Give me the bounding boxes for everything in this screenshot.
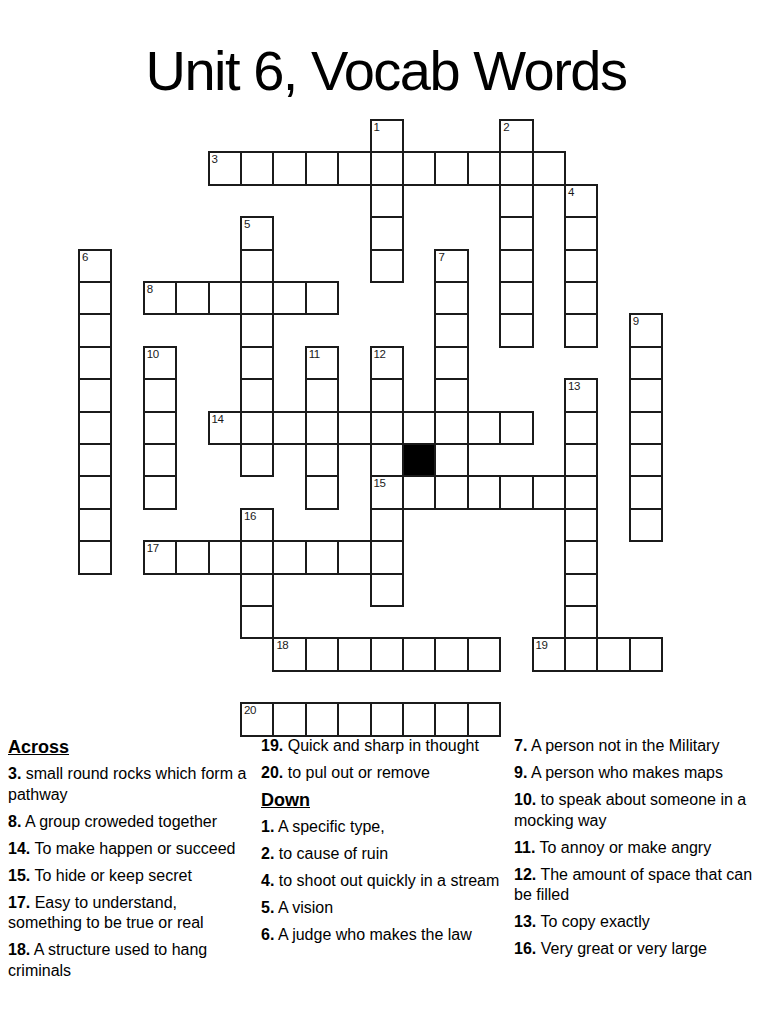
down-heading: Down	[261, 790, 511, 811]
grid-cell[interactable]	[208, 281, 242, 315]
grid-cell[interactable]	[337, 702, 371, 736]
cell-number: 17	[147, 542, 159, 555]
grid-cell[interactable]: 18	[272, 637, 306, 671]
grid-cell[interactable]	[532, 151, 566, 185]
puzzle-title: Unit 6, Vocab Words	[0, 42, 772, 101]
grid-cell[interactable]	[467, 475, 501, 509]
grid-cell[interactable]	[272, 151, 306, 185]
grid-cell[interactable]	[402, 637, 436, 671]
clue-across-20: 20. to pul out or remove	[261, 763, 511, 784]
crossword-worksheet-page: Unit 6, Vocab Words 12345678910111213141…	[0, 0, 772, 1024]
grid-cell[interactable]	[467, 702, 501, 736]
grid-cell[interactable]	[240, 540, 274, 574]
grid-cell[interactable]	[564, 443, 598, 477]
cell-number: 6	[82, 251, 88, 264]
grid-cell[interactable]	[629, 443, 663, 477]
grid-cell[interactable]	[78, 313, 112, 347]
clue-down-5: 5. A vision	[261, 898, 511, 919]
cell-number: 15	[374, 477, 386, 490]
grid-cell[interactable]	[564, 411, 598, 445]
grid-cell[interactable]	[272, 281, 306, 315]
grid-cell[interactable]	[272, 411, 306, 445]
grid-cell[interactable]	[402, 475, 436, 509]
grid-cell[interactable]	[370, 378, 404, 412]
grid-cell[interactable]	[564, 540, 598, 574]
clue-across-19: 19. Quick and sharp in thought	[261, 736, 511, 757]
grid-cell[interactable]	[78, 378, 112, 412]
across-heading: Across	[8, 737, 254, 758]
clue-down-13: 13. To copy exactly	[514, 912, 768, 933]
grid-cell[interactable]	[240, 281, 274, 315]
grid-cell[interactable]	[143, 378, 177, 412]
grid-cell[interactable]	[434, 702, 468, 736]
grid-cell[interactable]	[402, 702, 436, 736]
cell-number: 3	[212, 153, 218, 166]
grid-cell[interactable]: 15	[370, 475, 404, 509]
grid-cell[interactable]	[629, 346, 663, 380]
grid-cell[interactable]	[499, 281, 533, 315]
clue-down-12: 12. The amount of space that can be fill…	[514, 865, 768, 906]
grid-cell[interactable]	[337, 411, 371, 445]
grid-cell[interactable]	[175, 281, 209, 315]
clue-column-1: Across3. small round rocks which form a …	[8, 736, 254, 988]
grid-cell[interactable]: 14	[208, 411, 242, 445]
grid-cell[interactable]	[337, 540, 371, 574]
grid-cell[interactable]	[78, 475, 112, 509]
grid-cell[interactable]	[370, 573, 404, 607]
cell-number: 12	[374, 348, 386, 361]
grid-cell[interactable]: 10	[143, 346, 177, 380]
grid-cell[interactable]	[240, 378, 274, 412]
grid-cell[interactable]	[434, 443, 468, 477]
grid-cell[interactable]	[629, 637, 663, 671]
grid-cell[interactable]	[240, 605, 274, 639]
grid-cell[interactable]	[370, 249, 404, 283]
grid-cell[interactable]	[499, 411, 533, 445]
grid-cell[interactable]	[629, 411, 663, 445]
grid-cell[interactable]	[370, 184, 404, 218]
grid-cell[interactable]	[564, 216, 598, 250]
grid-cell[interactable]	[467, 411, 501, 445]
grid-cell[interactable]	[240, 313, 274, 347]
grid-cell[interactable]	[240, 443, 274, 477]
grid-cell[interactable]: 20	[240, 702, 274, 736]
grid-cell[interactable]	[564, 637, 598, 671]
grid-cell[interactable]	[434, 151, 468, 185]
cell-number: 11	[309, 348, 320, 361]
grid-cell[interactable]	[434, 313, 468, 347]
grid-cell[interactable]	[143, 475, 177, 509]
grid-cell[interactable]	[240, 411, 274, 445]
grid-cell[interactable]	[370, 702, 404, 736]
grid-cell[interactable]	[370, 216, 404, 250]
cell-number: 20	[244, 704, 256, 717]
grid-cell[interactable]	[143, 411, 177, 445]
cell-number: 19	[536, 639, 548, 652]
grid-cell[interactable]	[499, 151, 533, 185]
cell-number: 8	[147, 283, 153, 296]
grid-cell[interactable]: 13	[564, 378, 598, 412]
grid-cell[interactable]	[564, 313, 598, 347]
grid-cell[interactable]	[272, 540, 306, 574]
grid-cell[interactable]	[143, 443, 177, 477]
grid-cell[interactable]	[564, 281, 598, 315]
grid-cell[interactable]	[499, 475, 533, 509]
grid-cell[interactable]	[78, 411, 112, 445]
cell-number: 14	[212, 413, 224, 426]
grid-cell[interactable]: 3	[208, 151, 242, 185]
cell-number: 9	[633, 315, 639, 328]
clue-down-11: 11. To annoy or make angry	[514, 838, 768, 859]
grid-cell[interactable]: 19	[532, 637, 566, 671]
grid-cell[interactable]	[208, 540, 242, 574]
clue-across-3: 3. small round rocks which form a pathwa…	[8, 764, 254, 805]
grid-cell[interactable]: 9	[629, 313, 663, 347]
grid-cell[interactable]: 5	[240, 216, 274, 250]
cell-number: 18	[276, 639, 288, 652]
clue-down-1: 1. A specific type,	[261, 817, 511, 838]
clue-down-2: 2. to cause of ruin	[261, 844, 511, 865]
grid-cell[interactable]	[370, 443, 404, 477]
grid-cell[interactable]	[434, 281, 468, 315]
grid-cell[interactable]	[402, 151, 436, 185]
cell-number: 5	[244, 218, 250, 231]
grid-cell[interactable]: 7	[434, 249, 468, 283]
grid-cell[interactable]	[596, 637, 630, 671]
grid-cell[interactable]	[305, 281, 339, 315]
grid-cell[interactable]	[240, 151, 274, 185]
grid-cell[interactable]	[467, 637, 501, 671]
grid-cell[interactable]	[434, 637, 468, 671]
grid-cell[interactable]	[78, 346, 112, 380]
grid-cell[interactable]: 12	[370, 346, 404, 380]
grid-cell[interactable]	[305, 151, 339, 185]
grid-cell[interactable]	[272, 702, 306, 736]
grid-cell[interactable]	[305, 378, 339, 412]
grid-cell[interactable]: 17	[143, 540, 177, 574]
clue-across-8: 8. A group croweded together	[8, 812, 254, 833]
grid-cell[interactable]	[78, 443, 112, 477]
grid-cell[interactable]	[629, 475, 663, 509]
clue-down-6: 6. A judge who makes the law	[261, 925, 511, 946]
clue-down-16: 16. Very great or very large	[514, 939, 768, 960]
grid-cell[interactable]	[305, 702, 339, 736]
grid-cell[interactable]	[370, 411, 404, 445]
cell-number: 13	[568, 380, 580, 393]
grid-cell[interactable]	[629, 508, 663, 542]
clue-down-10: 10. to speak about someone in a mocking …	[514, 790, 768, 831]
grid-cell[interactable]	[370, 151, 404, 185]
grid-cell[interactable]	[305, 411, 339, 445]
grid-cell[interactable]	[499, 249, 533, 283]
grid-cell[interactable]	[337, 637, 371, 671]
grid-cell[interactable]	[434, 411, 468, 445]
cell-number: 4	[568, 186, 574, 199]
grid-cell[interactable]	[434, 475, 468, 509]
grid-cell[interactable]	[370, 637, 404, 671]
grid-cell[interactable]	[305, 540, 339, 574]
grid-cell[interactable]	[467, 151, 501, 185]
grid-cell[interactable]	[564, 475, 598, 509]
grid-cell[interactable]	[434, 346, 468, 380]
clue-column-2: 19. Quick and sharp in thought20. to pul…	[261, 736, 511, 952]
grid-cell[interactable]: 8	[143, 281, 177, 315]
cell-number: 10	[147, 348, 159, 361]
clue-across-14: 14. To make happen or succeed	[8, 839, 254, 860]
cell-number: 2	[503, 121, 509, 134]
grid-cell[interactable]	[305, 637, 339, 671]
cell-number: 16	[244, 510, 256, 523]
grid-cell[interactable]	[564, 508, 598, 542]
black-cell	[402, 443, 436, 477]
grid-cell[interactable]	[78, 540, 112, 574]
grid-cell[interactable]	[370, 540, 404, 574]
grid-cell[interactable]	[564, 249, 598, 283]
grid-cell[interactable]: 6	[78, 249, 112, 283]
grid-cell[interactable]	[402, 411, 436, 445]
cell-number: 7	[438, 251, 444, 264]
grid-cell[interactable]	[499, 313, 533, 347]
grid-cell[interactable]	[434, 378, 468, 412]
grid-cell[interactable]	[240, 249, 274, 283]
grid-cell[interactable]	[564, 573, 598, 607]
clue-across-17: 17. Easy to understand, something to be …	[8, 893, 254, 934]
clue-down-7: 7. A person not in the Military	[514, 736, 768, 757]
clue-down-4: 4. to shoot out quickly in a stream	[261, 871, 511, 892]
grid-cell[interactable]: 2	[499, 119, 533, 153]
grid-cell[interactable]	[305, 443, 339, 477]
grid-cell[interactable]: 16	[240, 508, 274, 542]
grid-cell[interactable]	[240, 346, 274, 380]
grid-cell[interactable]	[629, 378, 663, 412]
grid-cell[interactable]: 11	[305, 346, 339, 380]
grid-cell[interactable]	[305, 475, 339, 509]
grid-cell[interactable]	[499, 216, 533, 250]
grid-cell[interactable]	[175, 540, 209, 574]
grid-cell[interactable]	[240, 573, 274, 607]
clue-down-9: 9. A person who makes maps	[514, 763, 768, 784]
grid-cell[interactable]	[532, 475, 566, 509]
grid-cell[interactable]	[564, 605, 598, 639]
grid-cell[interactable]: 1	[370, 119, 404, 153]
grid-cell[interactable]	[370, 508, 404, 542]
cell-number: 1	[374, 121, 380, 134]
grid-cell[interactable]	[78, 281, 112, 315]
clue-column-3: 7. A person not in the Military9. A pers…	[514, 736, 768, 966]
grid-cell[interactable]	[499, 184, 533, 218]
clue-across-15: 15. To hide or keep secret	[8, 866, 254, 887]
grid-cell[interactable]	[337, 151, 371, 185]
clue-across-18: 18. A structure used to hang criminals	[8, 940, 254, 981]
grid-cell[interactable]: 4	[564, 184, 598, 218]
grid-cell[interactable]	[78, 508, 112, 542]
